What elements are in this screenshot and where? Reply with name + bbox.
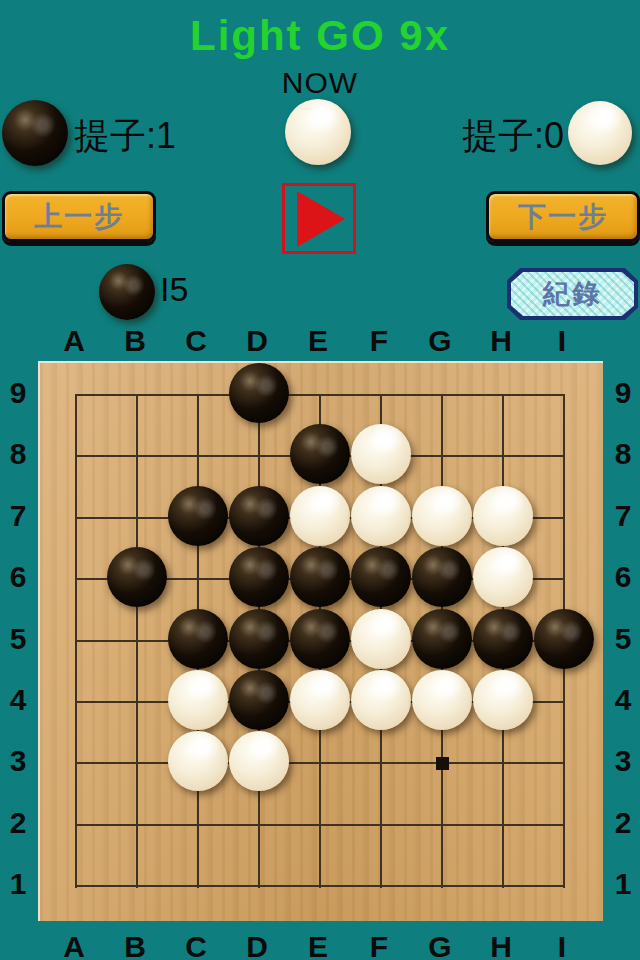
col-label-bottom-A: A — [63, 930, 85, 960]
row-label-left-6: 6 — [10, 560, 27, 594]
black-stone-G6 — [412, 547, 472, 607]
app-title: Light GO 9x — [0, 12, 640, 60]
grid-line-vertical — [75, 395, 77, 888]
row-label-left-2: 2 — [10, 806, 27, 840]
black-stone-G5 — [412, 609, 472, 669]
grid-line-horizontal — [75, 762, 565, 764]
row-label-right-1: 1 — [615, 867, 632, 901]
grid-line-horizontal — [75, 885, 565, 887]
col-label-bottom-G: G — [428, 930, 451, 960]
row-label-right-2: 2 — [615, 806, 632, 840]
col-label-top-E: E — [308, 324, 328, 358]
col-label-top-I: I — [558, 324, 566, 358]
col-label-top-F: F — [370, 324, 388, 358]
black-stone-I5 — [534, 609, 594, 669]
col-label-bottom-D: D — [246, 930, 268, 960]
white-stone-C4 — [168, 670, 228, 730]
now-turn-stone-icon — [285, 99, 351, 165]
white-stone-F7 — [351, 486, 411, 546]
white-stone-E4 — [290, 670, 350, 730]
black-stone-E6 — [290, 547, 350, 607]
now-label: NOW — [0, 66, 640, 100]
last-move-label: I5 — [160, 270, 188, 309]
white-stone-E7 — [290, 486, 350, 546]
row-label-left-4: 4 — [10, 683, 27, 717]
col-label-bottom-C: C — [185, 930, 207, 960]
black-stone-C5 — [168, 609, 228, 669]
white-player-stone-icon — [568, 101, 632, 165]
next-step-button[interactable]: 下一步 — [486, 191, 640, 242]
white-stone-H6 — [473, 547, 533, 607]
black-stone-D4 — [229, 670, 289, 730]
col-label-bottom-I: I — [558, 930, 566, 960]
white-stone-F8 — [351, 424, 411, 484]
row-label-right-3: 3 — [615, 744, 632, 778]
black-player-stone-icon — [2, 100, 68, 166]
row-label-right-8: 8 — [615, 437, 632, 471]
play-icon — [297, 191, 345, 247]
col-label-top-B: B — [124, 324, 146, 358]
col-label-bottom-E: E — [308, 930, 328, 960]
row-label-right-9: 9 — [615, 376, 632, 410]
record-button[interactable]: 紀錄 — [507, 268, 638, 320]
white-stone-G4 — [412, 670, 472, 730]
record-button-face: 紀錄 — [511, 272, 634, 316]
row-label-right-7: 7 — [615, 499, 632, 533]
white-stone-F5 — [351, 609, 411, 669]
black-stone-H5 — [473, 609, 533, 669]
col-label-bottom-B: B — [124, 930, 146, 960]
go-board[interactable] — [38, 361, 603, 921]
col-label-top-A: A — [63, 324, 85, 358]
white-stone-G7 — [412, 486, 472, 546]
black-stone-F6 — [351, 547, 411, 607]
row-label-right-6: 6 — [615, 560, 632, 594]
col-label-top-C: C — [185, 324, 207, 358]
black-stone-B6 — [107, 547, 167, 607]
black-stone-E5 — [290, 609, 350, 669]
app-window: Light GO 9x NOW 提子:1 提子:0 上一步 下一步 I5 紀錄 … — [0, 0, 640, 960]
col-label-top-H: H — [490, 324, 512, 358]
white-captures-label: 提子:0 — [462, 112, 564, 161]
grid-line-horizontal — [75, 824, 565, 826]
black-captures-label: 提子:1 — [74, 112, 176, 161]
white-stone-F4 — [351, 670, 411, 730]
white-stone-H4 — [473, 670, 533, 730]
row-label-right-4: 4 — [615, 683, 632, 717]
black-stone-D6 — [229, 547, 289, 607]
black-stone-D5 — [229, 609, 289, 669]
row-label-left-8: 8 — [10, 437, 27, 471]
black-stone-E8 — [290, 424, 350, 484]
row-label-left-9: 9 — [10, 376, 27, 410]
prev-step-button[interactable]: 上一步 — [2, 191, 156, 242]
col-label-bottom-H: H — [490, 930, 512, 960]
col-label-bottom-F: F — [370, 930, 388, 960]
black-stone-D7 — [229, 486, 289, 546]
black-stone-C7 — [168, 486, 228, 546]
play-button[interactable] — [282, 183, 356, 254]
col-label-top-D: D — [246, 324, 268, 358]
black-stone-D9 — [229, 363, 289, 423]
white-stone-C3 — [168, 731, 228, 791]
col-label-top-G: G — [428, 324, 451, 358]
last-move-stone-icon — [99, 264, 155, 320]
grid-line-vertical — [136, 395, 138, 888]
row-label-left-1: 1 — [10, 867, 27, 901]
row-label-left-7: 7 — [10, 499, 27, 533]
row-label-left-5: 5 — [10, 622, 27, 656]
white-stone-D3 — [229, 731, 289, 791]
row-label-right-5: 5 — [615, 622, 632, 656]
star-point — [436, 757, 449, 770]
white-stone-H7 — [473, 486, 533, 546]
row-label-left-3: 3 — [10, 744, 27, 778]
